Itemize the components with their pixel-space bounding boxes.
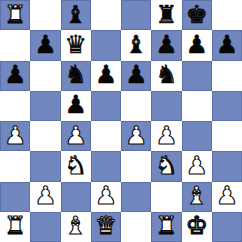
square-d3[interactable]: [91, 151, 121, 181]
square-e4[interactable]: ♟: [121, 121, 151, 151]
square-f7[interactable]: ♟: [151, 30, 181, 60]
square-g2[interactable]: ♝: [182, 182, 212, 212]
square-d7[interactable]: [91, 30, 121, 60]
black-knight[interactable]: ♞: [64, 62, 86, 87]
square-c8[interactable]: ♝: [61, 0, 91, 30]
black-pawn[interactable]: ♟: [125, 62, 147, 87]
square-a2[interactable]: [0, 182, 30, 212]
black-king[interactable]: ♚: [185, 2, 207, 27]
square-g4[interactable]: [182, 121, 212, 151]
square-h1[interactable]: [212, 212, 242, 242]
square-b2[interactable]: ♟: [30, 182, 60, 212]
black-pawn[interactable]: ♟: [95, 62, 117, 87]
white-pawn[interactable]: ♟: [216, 183, 238, 208]
square-e6[interactable]: ♟: [121, 61, 151, 91]
white-pawn[interactable]: ♟: [64, 123, 86, 148]
square-e5[interactable]: [121, 91, 151, 121]
square-b7[interactable]: ♟: [30, 30, 60, 60]
square-h5[interactable]: [212, 91, 242, 121]
square-a1[interactable]: ♜: [0, 212, 30, 242]
square-f8[interactable]: ♜: [151, 0, 181, 30]
black-pawn[interactable]: ♟: [64, 92, 86, 117]
square-d4[interactable]: [91, 121, 121, 151]
black-queen[interactable]: ♛: [64, 32, 86, 57]
black-knight[interactable]: ♞: [155, 62, 177, 87]
square-g1[interactable]: ♚: [182, 212, 212, 242]
square-e3[interactable]: [121, 151, 151, 181]
square-h8[interactable]: [212, 0, 242, 30]
black-pawn[interactable]: ♟: [155, 32, 177, 57]
square-a7[interactable]: [0, 30, 30, 60]
square-f5[interactable]: [151, 91, 181, 121]
square-d6[interactable]: ♟: [91, 61, 121, 91]
square-h2[interactable]: ♟: [212, 182, 242, 212]
square-e8[interactable]: [121, 0, 151, 30]
square-f4[interactable]: ♟: [151, 121, 181, 151]
white-king[interactable]: ♚: [185, 213, 207, 238]
black-rook[interactable]: ♜: [155, 2, 177, 27]
white-bishop[interactable]: ♝: [185, 183, 207, 208]
square-f2[interactable]: [151, 182, 181, 212]
square-e1[interactable]: [121, 212, 151, 242]
square-c5[interactable]: ♟: [61, 91, 91, 121]
white-bishop[interactable]: ♝: [64, 213, 86, 238]
square-h7[interactable]: ♟: [212, 30, 242, 60]
square-d8[interactable]: [91, 0, 121, 30]
square-d2[interactable]: ♟: [91, 182, 121, 212]
square-b5[interactable]: [30, 91, 60, 121]
square-a5[interactable]: [0, 91, 30, 121]
square-a3[interactable]: [0, 151, 30, 181]
white-knight[interactable]: ♞: [155, 153, 177, 178]
square-g7[interactable]: ♟: [182, 30, 212, 60]
square-b4[interactable]: [30, 121, 60, 151]
square-e2[interactable]: [121, 182, 151, 212]
black-bishop[interactable]: ♝: [125, 32, 147, 57]
black-pawn[interactable]: ♟: [4, 62, 26, 87]
black-pawn[interactable]: ♟: [216, 32, 238, 57]
square-c3[interactable]: ♞: [61, 151, 91, 181]
square-c2[interactable]: [61, 182, 91, 212]
white-pawn[interactable]: ♟: [95, 183, 117, 208]
square-d5[interactable]: [91, 91, 121, 121]
square-c6[interactable]: ♞: [61, 61, 91, 91]
square-b3[interactable]: [30, 151, 60, 181]
white-pawn[interactable]: ♟: [155, 123, 177, 148]
square-f6[interactable]: ♞: [151, 61, 181, 91]
square-g3[interactable]: ♟: [182, 151, 212, 181]
square-c4[interactable]: ♟: [61, 121, 91, 151]
square-g6[interactable]: [182, 61, 212, 91]
square-g8[interactable]: ♚: [182, 0, 212, 30]
square-c1[interactable]: ♝: [61, 212, 91, 242]
black-bishop[interactable]: ♝: [64, 2, 86, 27]
white-rook[interactable]: ♜: [4, 213, 26, 238]
white-queen[interactable]: ♛: [95, 213, 117, 238]
white-rook[interactable]: ♜: [155, 213, 177, 238]
chess-board: ♜♝♜♚♟♛♝♟♟♟♟♞♟♟♞♟♟♟♟♟♞♞♟♟♟♝♟♜♝♛♜♚: [0, 0, 242, 242]
square-f1[interactable]: ♜: [151, 212, 181, 242]
square-e7[interactable]: ♝: [121, 30, 151, 60]
square-b8[interactable]: [30, 0, 60, 30]
white-pawn[interactable]: ♟: [34, 183, 56, 208]
square-b6[interactable]: [30, 61, 60, 91]
square-g5[interactable]: [182, 91, 212, 121]
square-d1[interactable]: ♛: [91, 212, 121, 242]
square-h3[interactable]: [212, 151, 242, 181]
white-pawn[interactable]: ♟: [185, 153, 207, 178]
white-pawn[interactable]: ♟: [125, 123, 147, 148]
black-pawn[interactable]: ♟: [185, 32, 207, 57]
square-a4[interactable]: ♟: [0, 121, 30, 151]
black-pawn[interactable]: ♟: [34, 32, 56, 57]
square-h4[interactable]: [212, 121, 242, 151]
white-rook[interactable]: ♜: [4, 2, 26, 27]
square-f3[interactable]: ♞: [151, 151, 181, 181]
square-b1[interactable]: [30, 212, 60, 242]
square-h6[interactable]: [212, 61, 242, 91]
white-knight[interactable]: ♞: [64, 153, 86, 178]
white-pawn[interactable]: ♟: [4, 123, 26, 148]
square-c7[interactable]: ♛: [61, 30, 91, 60]
square-a6[interactable]: ♟: [0, 61, 30, 91]
square-a8[interactable]: ♜: [0, 0, 30, 30]
